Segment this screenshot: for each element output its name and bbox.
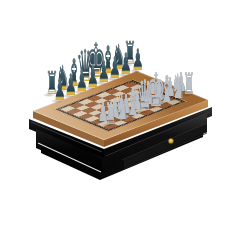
chess-set-photo: ♜♞♝♛♚♝♞♜♟♟♟♟♟♟♟♟♟♟♟♟♟♟♟♟♜♞♝♛♚♝♞♜ (0, 0, 236, 236)
dark-pawn: ♟ (76, 66, 88, 96)
chess-pieces: ♜♞♝♛♚♝♞♜♟♟♟♟♟♟♟♟♟♟♟♟♟♟♟♟♜♞♝♛♚♝♞♜ (0, 0, 236, 236)
light-knight: ♞ (115, 91, 129, 125)
dark-pawn: ♟ (98, 57, 110, 87)
dark-pawn: ♟ (64, 70, 76, 100)
dark-pawn: ♟ (109, 53, 121, 83)
dark-pawn: ♟ (120, 49, 132, 79)
dark-pawn: ♟ (87, 62, 99, 92)
light-rook: ♜ (105, 99, 117, 129)
dark-pawn: ♟ (53, 75, 65, 105)
